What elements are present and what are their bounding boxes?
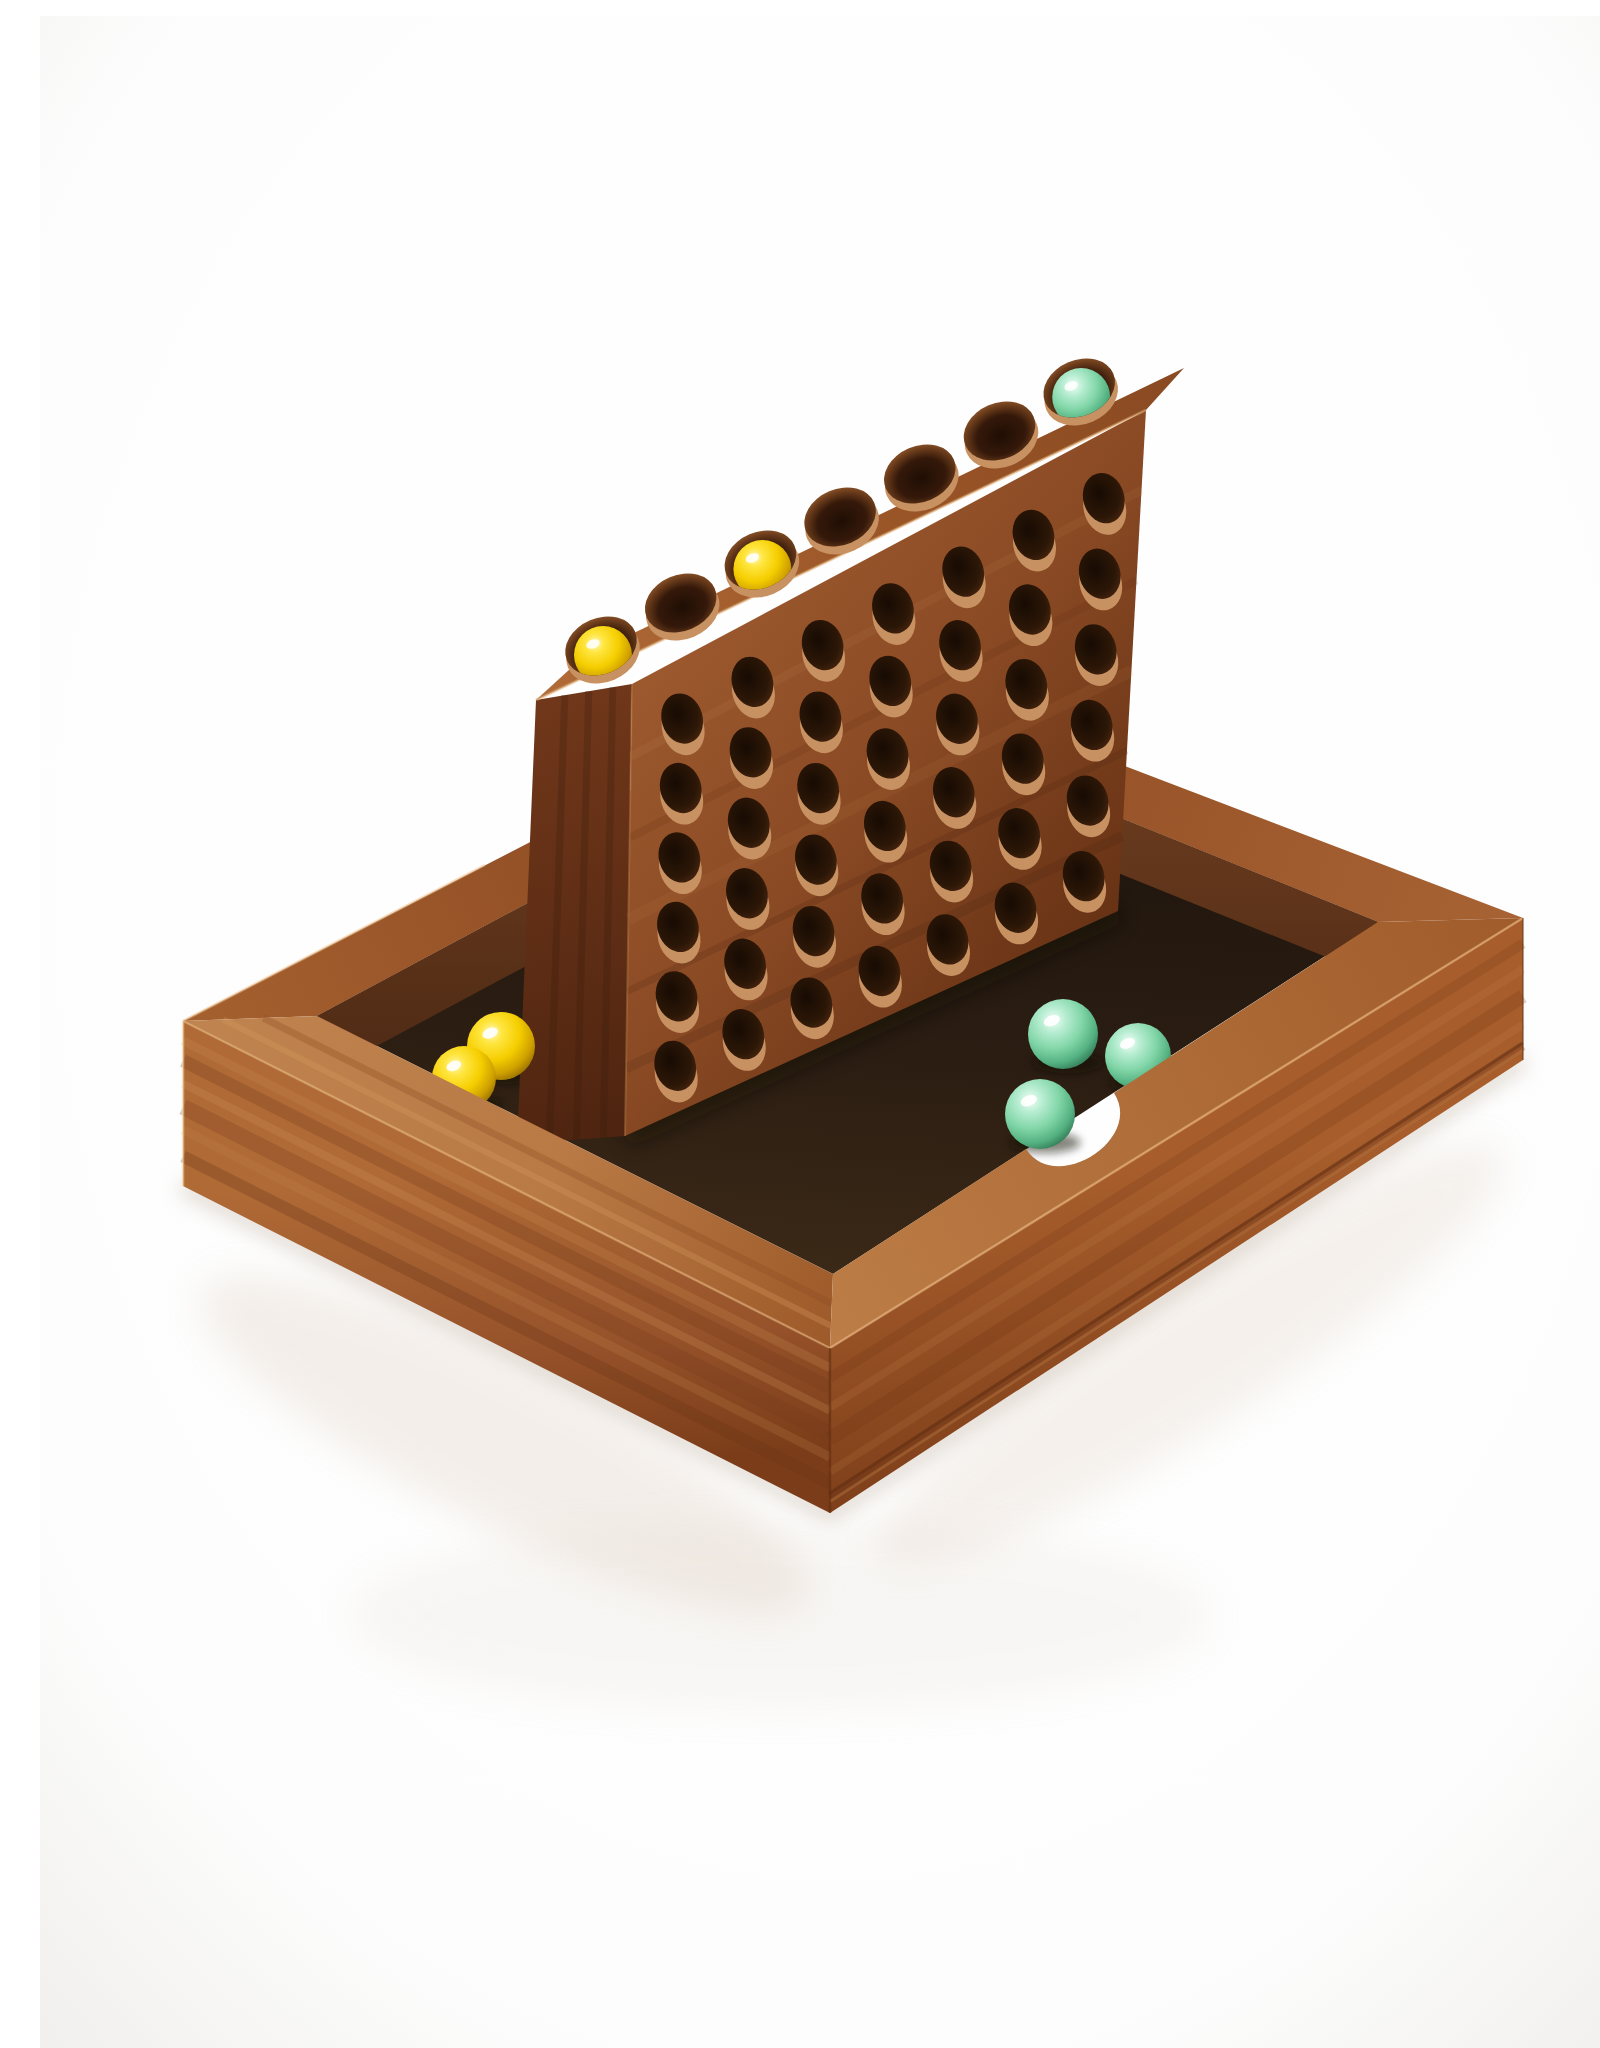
marble-green-tray-3[interactable] bbox=[1028, 999, 1098, 1069]
scene-svg bbox=[40, 16, 1600, 2048]
marble-green-tray-5[interactable] bbox=[1005, 1079, 1075, 1149]
product-photo bbox=[40, 16, 1600, 2048]
